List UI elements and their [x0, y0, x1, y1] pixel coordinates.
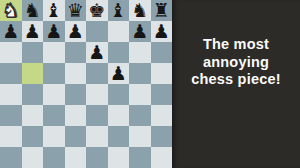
- square-f1[interactable]: [108, 147, 130, 168]
- square-h8[interactable]: ♜: [151, 0, 173, 21]
- square-b1[interactable]: [22, 147, 44, 168]
- piece-black-pawn: ♟: [2, 22, 19, 41]
- square-h1[interactable]: [151, 147, 173, 168]
- square-a6[interactable]: [0, 42, 22, 63]
- square-g6[interactable]: [129, 42, 151, 63]
- square-d2[interactable]: [65, 126, 87, 147]
- square-e1[interactable]: [86, 147, 108, 168]
- square-f8[interactable]: ♝: [108, 0, 130, 21]
- square-d8[interactable]: ♛: [65, 0, 87, 21]
- piece-white-knight: ♞: [2, 1, 19, 20]
- square-e2[interactable]: [86, 126, 108, 147]
- square-c6[interactable]: [43, 42, 65, 63]
- square-a8[interactable]: ♞: [0, 0, 22, 21]
- square-c8[interactable]: ♝: [43, 0, 65, 21]
- caption-line-1: The most: [203, 36, 269, 54]
- square-b7[interactable]: ♟: [22, 21, 44, 42]
- square-a1[interactable]: [0, 147, 22, 168]
- piece-black-pawn: ♟: [67, 22, 84, 41]
- chess-board: ♞♞♝♛♚♝♞♜♟♟♟♟♟♟♟♟: [0, 0, 172, 168]
- piece-black-bishop: ♝: [110, 1, 127, 20]
- piece-black-pawn: ♟: [24, 22, 41, 41]
- square-h2[interactable]: [151, 126, 173, 147]
- square-h6[interactable]: [151, 42, 173, 63]
- piece-black-king: ♚: [88, 1, 105, 20]
- piece-black-knight: ♞: [131, 1, 148, 20]
- piece-black-bishop: ♝: [45, 1, 62, 20]
- square-c2[interactable]: [43, 126, 65, 147]
- square-e3[interactable]: [86, 105, 108, 126]
- square-f3[interactable]: [108, 105, 130, 126]
- square-g7[interactable]: ♟: [129, 21, 151, 42]
- square-g2[interactable]: [129, 126, 151, 147]
- square-c5[interactable]: [43, 63, 65, 84]
- square-a3[interactable]: [0, 105, 22, 126]
- square-c1[interactable]: [43, 147, 65, 168]
- square-d6[interactable]: [65, 42, 87, 63]
- square-c7[interactable]: ♟: [43, 21, 65, 42]
- square-e4[interactable]: [86, 84, 108, 105]
- square-a5[interactable]: [0, 63, 22, 84]
- square-f6[interactable]: [108, 42, 130, 63]
- square-g1[interactable]: [129, 147, 151, 168]
- square-d7[interactable]: ♟: [65, 21, 87, 42]
- piece-black-pawn: ♟: [153, 22, 170, 41]
- square-h7[interactable]: ♟: [151, 21, 173, 42]
- square-d1[interactable]: [65, 147, 87, 168]
- piece-black-pawn: ♟: [45, 22, 62, 41]
- square-h4[interactable]: [151, 84, 173, 105]
- square-e8[interactable]: ♚: [86, 0, 108, 21]
- square-g3[interactable]: [129, 105, 151, 126]
- square-c4[interactable]: [43, 84, 65, 105]
- square-b2[interactable]: [22, 126, 44, 147]
- square-b8[interactable]: ♞: [22, 0, 44, 21]
- square-g5[interactable]: [129, 63, 151, 84]
- square-b5[interactable]: [22, 63, 44, 84]
- square-e6[interactable]: ♟: [86, 42, 108, 63]
- piece-black-pawn: ♟: [110, 64, 127, 83]
- chess-thumbnail: ♞♞♝♛♚♝♞♜♟♟♟♟♟♟♟♟ The most annoying chess…: [0, 0, 300, 168]
- piece-black-pawn: ♟: [131, 22, 148, 41]
- piece-black-pawn: ♟: [88, 43, 105, 62]
- square-a7[interactable]: ♟: [0, 21, 22, 42]
- caption-panel: The most annoying chess piece!: [172, 0, 300, 168]
- square-d3[interactable]: [65, 105, 87, 126]
- caption-line-2: annoying: [203, 54, 269, 72]
- square-f4[interactable]: [108, 84, 130, 105]
- square-d4[interactable]: [65, 84, 87, 105]
- square-g8[interactable]: ♞: [129, 0, 151, 21]
- square-f7[interactable]: [108, 21, 130, 42]
- square-b3[interactable]: [22, 105, 44, 126]
- square-f2[interactable]: [108, 126, 130, 147]
- square-a2[interactable]: [0, 126, 22, 147]
- square-h5[interactable]: [151, 63, 173, 84]
- piece-black-rook: ♜: [153, 1, 170, 20]
- square-d5[interactable]: [65, 63, 87, 84]
- square-c3[interactable]: [43, 105, 65, 126]
- piece-black-knight: ♞: [24, 1, 41, 20]
- square-e5[interactable]: [86, 63, 108, 84]
- square-f5[interactable]: ♟: [108, 63, 130, 84]
- square-e7[interactable]: [86, 21, 108, 42]
- piece-black-queen: ♛: [67, 1, 84, 20]
- square-h3[interactable]: [151, 105, 173, 126]
- square-b4[interactable]: [22, 84, 44, 105]
- square-a4[interactable]: [0, 84, 22, 105]
- caption-line-3: chess piece!: [191, 71, 280, 89]
- square-g4[interactable]: [129, 84, 151, 105]
- square-b6[interactable]: [22, 42, 44, 63]
